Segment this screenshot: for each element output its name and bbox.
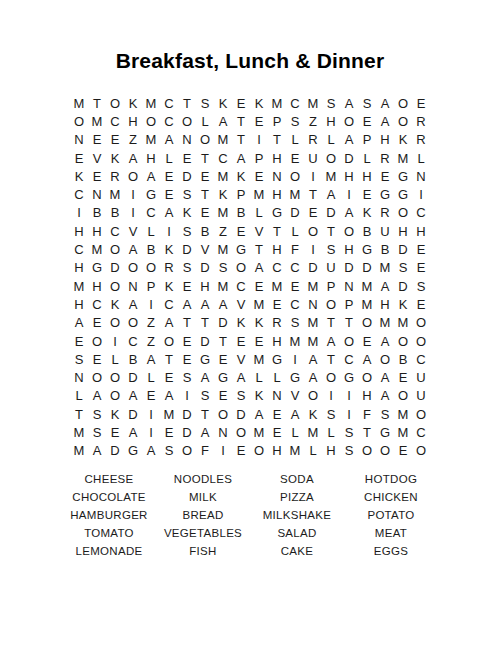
grid-cell[interactable]: D bbox=[340, 149, 358, 167]
grid-cell[interactable]: D bbox=[178, 167, 196, 185]
grid-cell[interactable]: G bbox=[268, 350, 286, 368]
grid-cell[interactable]: E bbox=[160, 185, 178, 203]
grid-cell[interactable]: V bbox=[232, 350, 250, 368]
grid-cell[interactable]: A bbox=[88, 442, 106, 460]
grid-cell[interactable]: C bbox=[268, 259, 286, 277]
grid-cell[interactable]: O bbox=[124, 314, 142, 332]
grid-cell[interactable]: A bbox=[376, 368, 394, 386]
grid-cell[interactable]: O bbox=[124, 167, 142, 185]
grid-cell[interactable]: O bbox=[322, 149, 340, 167]
grid-cell[interactable]: E bbox=[142, 387, 160, 405]
grid-cell[interactable]: E bbox=[232, 222, 250, 240]
grid-cell[interactable]: O bbox=[304, 222, 322, 240]
grid-cell[interactable]: O bbox=[214, 405, 232, 423]
grid-cell[interactable]: V bbox=[232, 295, 250, 313]
grid-cell[interactable]: K bbox=[250, 314, 268, 332]
grid-cell[interactable]: L bbox=[142, 368, 160, 386]
grid-cell[interactable]: A bbox=[142, 167, 160, 185]
grid-cell[interactable]: Z bbox=[124, 131, 142, 149]
grid-cell[interactable]: A bbox=[214, 112, 232, 130]
grid-cell[interactable]: A bbox=[124, 295, 142, 313]
grid-cell[interactable]: H bbox=[88, 222, 106, 240]
grid-cell[interactable]: G bbox=[376, 423, 394, 441]
grid-cell[interactable]: G bbox=[340, 368, 358, 386]
grid-cell[interactable]: I bbox=[142, 405, 160, 423]
grid-cell[interactable]: D bbox=[358, 259, 376, 277]
grid-cell[interactable]: A bbox=[124, 149, 142, 167]
grid-cell[interactable]: Z bbox=[142, 332, 160, 350]
grid-cell[interactable]: S bbox=[394, 259, 412, 277]
grid-cell[interactable]: S bbox=[358, 94, 376, 112]
grid-cell[interactable]: B bbox=[142, 240, 160, 258]
grid-cell[interactable]: B bbox=[358, 222, 376, 240]
grid-cell[interactable]: B bbox=[232, 204, 250, 222]
grid-cell[interactable]: I bbox=[412, 185, 430, 203]
grid-cell[interactable]: V bbox=[250, 222, 268, 240]
grid-cell[interactable]: S bbox=[412, 277, 430, 295]
grid-cell[interactable]: E bbox=[160, 368, 178, 386]
grid-cell[interactable]: C bbox=[106, 112, 124, 130]
grid-cell[interactable]: O bbox=[70, 112, 88, 130]
grid-cell[interactable]: O bbox=[106, 387, 124, 405]
grid-cell[interactable]: O bbox=[322, 295, 340, 313]
grid-cell[interactable]: E bbox=[304, 204, 322, 222]
grid-cell[interactable]: O bbox=[412, 332, 430, 350]
grid-cell[interactable]: A bbox=[142, 350, 160, 368]
grid-cell[interactable]: E bbox=[106, 131, 124, 149]
grid-cell[interactable]: L bbox=[286, 222, 304, 240]
grid-cell[interactable]: M bbox=[394, 314, 412, 332]
grid-cell[interactable]: D bbox=[232, 405, 250, 423]
grid-cell[interactable]: L bbox=[106, 350, 124, 368]
grid-cell[interactable]: N bbox=[268, 387, 286, 405]
grid-cell[interactable]: S bbox=[376, 405, 394, 423]
grid-cell[interactable]: M bbox=[322, 167, 340, 185]
grid-cell[interactable]: B bbox=[124, 350, 142, 368]
grid-cell[interactable]: I bbox=[70, 204, 88, 222]
grid-cell[interactable]: M bbox=[250, 350, 268, 368]
grid-cell[interactable]: F bbox=[196, 442, 214, 460]
grid-cell[interactable]: O bbox=[88, 332, 106, 350]
grid-cell[interactable]: N bbox=[304, 295, 322, 313]
grid-cell[interactable]: O bbox=[160, 332, 178, 350]
grid-cell[interactable]: D bbox=[304, 259, 322, 277]
grid-cell[interactable]: O bbox=[106, 240, 124, 258]
grid-cell[interactable]: M bbox=[214, 277, 232, 295]
grid-cell[interactable]: U bbox=[322, 259, 340, 277]
grid-cell[interactable]: O bbox=[358, 314, 376, 332]
grid-cell[interactable]: O bbox=[412, 442, 430, 460]
grid-cell[interactable]: L bbox=[196, 112, 214, 130]
grid-cell[interactable]: H bbox=[394, 222, 412, 240]
grid-cell[interactable]: O bbox=[340, 222, 358, 240]
grid-cell[interactable]: M bbox=[250, 295, 268, 313]
grid-cell[interactable]: T bbox=[250, 240, 268, 258]
grid-cell[interactable]: S bbox=[322, 94, 340, 112]
grid-cell[interactable]: E bbox=[358, 185, 376, 203]
grid-cell[interactable]: L bbox=[142, 222, 160, 240]
grid-cell[interactable]: E bbox=[412, 259, 430, 277]
grid-cell[interactable]: I bbox=[340, 387, 358, 405]
grid-cell[interactable]: D bbox=[394, 240, 412, 258]
grid-cell[interactable]: P bbox=[268, 112, 286, 130]
grid-cell[interactable]: G bbox=[268, 204, 286, 222]
grid-cell[interactable]: O bbox=[106, 277, 124, 295]
grid-cell[interactable]: M bbox=[304, 314, 322, 332]
grid-cell[interactable]: I bbox=[124, 204, 142, 222]
grid-cell[interactable]: G bbox=[358, 240, 376, 258]
grid-cell[interactable]: E bbox=[196, 204, 214, 222]
grid-cell[interactable]: R bbox=[412, 112, 430, 130]
grid-cell[interactable]: N bbox=[124, 277, 142, 295]
grid-cell[interactable]: K bbox=[394, 131, 412, 149]
grid-cell[interactable]: N bbox=[214, 423, 232, 441]
grid-cell[interactable]: M bbox=[358, 295, 376, 313]
grid-cell[interactable]: M bbox=[70, 442, 88, 460]
grid-cell[interactable]: M bbox=[304, 423, 322, 441]
grid-cell[interactable]: C bbox=[124, 332, 142, 350]
grid-cell[interactable]: H bbox=[70, 295, 88, 313]
grid-cell[interactable]: M bbox=[268, 94, 286, 112]
grid-cell[interactable]: C bbox=[286, 94, 304, 112]
grid-cell[interactable]: M bbox=[88, 240, 106, 258]
grid-cell[interactable]: R bbox=[376, 204, 394, 222]
grid-cell[interactable]: S bbox=[340, 442, 358, 460]
grid-cell[interactable]: M bbox=[394, 405, 412, 423]
grid-cell[interactable]: A bbox=[322, 332, 340, 350]
grid-cell[interactable]: E bbox=[250, 112, 268, 130]
grid-cell[interactable]: O bbox=[106, 94, 124, 112]
grid-cell[interactable]: L bbox=[250, 204, 268, 222]
grid-cell[interactable]: I bbox=[142, 295, 160, 313]
grid-cell[interactable]: T bbox=[322, 222, 340, 240]
grid-cell[interactable]: B bbox=[196, 222, 214, 240]
grid-cell[interactable]: D bbox=[124, 405, 142, 423]
grid-cell[interactable]: G bbox=[286, 368, 304, 386]
grid-cell[interactable]: A bbox=[178, 295, 196, 313]
grid-cell[interactable]: T bbox=[322, 314, 340, 332]
grid-cell[interactable]: I bbox=[178, 387, 196, 405]
grid-cell[interactable]: A bbox=[340, 204, 358, 222]
grid-cell[interactable]: M bbox=[160, 405, 178, 423]
grid-cell[interactable]: G bbox=[196, 350, 214, 368]
grid-cell[interactable]: O bbox=[376, 350, 394, 368]
grid-cell[interactable]: O bbox=[394, 112, 412, 130]
grid-cell[interactable]: B bbox=[88, 204, 106, 222]
grid-cell[interactable]: T bbox=[232, 112, 250, 130]
grid-cell[interactable]: E bbox=[196, 167, 214, 185]
grid-cell[interactable]: H bbox=[70, 259, 88, 277]
grid-cell[interactable]: B bbox=[394, 350, 412, 368]
grid-cell[interactable]: D bbox=[394, 277, 412, 295]
grid-cell[interactable]: K bbox=[250, 387, 268, 405]
grid-cell[interactable]: E bbox=[70, 149, 88, 167]
grid-cell[interactable]: E bbox=[178, 350, 196, 368]
grid-cell[interactable]: A bbox=[196, 423, 214, 441]
grid-cell[interactable]: E bbox=[250, 277, 268, 295]
grid-cell[interactable]: A bbox=[160, 204, 178, 222]
grid-cell[interactable]: B bbox=[376, 240, 394, 258]
grid-cell[interactable]: M bbox=[358, 277, 376, 295]
grid-cell[interactable]: T bbox=[88, 94, 106, 112]
grid-cell[interactable]: E bbox=[106, 423, 124, 441]
grid-cell[interactable]: S bbox=[178, 222, 196, 240]
grid-cell[interactable]: T bbox=[340, 314, 358, 332]
grid-cell[interactable]: M bbox=[70, 94, 88, 112]
grid-cell[interactable]: O bbox=[358, 368, 376, 386]
grid-cell[interactable]: S bbox=[178, 259, 196, 277]
grid-cell[interactable]: A bbox=[376, 94, 394, 112]
grid-cell[interactable]: V bbox=[286, 387, 304, 405]
grid-cell[interactable]: Z bbox=[304, 112, 322, 130]
grid-cell[interactable]: S bbox=[196, 387, 214, 405]
grid-cell[interactable]: I bbox=[340, 405, 358, 423]
grid-cell[interactable]: D bbox=[196, 332, 214, 350]
grid-cell[interactable]: K bbox=[232, 167, 250, 185]
grid-cell[interactable]: P bbox=[358, 131, 376, 149]
grid-cell[interactable]: U bbox=[304, 149, 322, 167]
grid-cell[interactable]: M bbox=[214, 131, 232, 149]
grid-cell[interactable]: O bbox=[394, 387, 412, 405]
grid-cell[interactable]: H bbox=[412, 222, 430, 240]
grid-cell[interactable]: S bbox=[178, 368, 196, 386]
grid-cell[interactable]: R bbox=[160, 259, 178, 277]
grid-cell[interactable]: T bbox=[196, 314, 214, 332]
grid-cell[interactable]: M bbox=[394, 149, 412, 167]
grid-cell[interactable]: G bbox=[394, 185, 412, 203]
grid-cell[interactable]: I bbox=[340, 185, 358, 203]
grid-cell[interactable]: M bbox=[304, 277, 322, 295]
grid-cell[interactable]: E bbox=[358, 332, 376, 350]
grid-cell[interactable]: H bbox=[88, 277, 106, 295]
grid-cell[interactable]: K bbox=[394, 295, 412, 313]
grid-cell[interactable]: A bbox=[124, 423, 142, 441]
grid-cell[interactable]: H bbox=[322, 442, 340, 460]
grid-cell[interactable]: K bbox=[214, 94, 232, 112]
grid-cell[interactable]: D bbox=[286, 204, 304, 222]
grid-cell[interactable]: O bbox=[196, 131, 214, 149]
grid-cell[interactable]: S bbox=[232, 387, 250, 405]
grid-cell[interactable]: L bbox=[70, 387, 88, 405]
grid-cell[interactable]: H bbox=[124, 112, 142, 130]
grid-cell[interactable]: O bbox=[376, 442, 394, 460]
grid-cell[interactable]: O bbox=[142, 112, 160, 130]
grid-cell[interactable]: K bbox=[250, 94, 268, 112]
grid-cell[interactable]: A bbox=[160, 387, 178, 405]
grid-cell[interactable]: S bbox=[322, 240, 340, 258]
grid-cell[interactable]: K bbox=[232, 314, 250, 332]
grid-cell[interactable]: S bbox=[286, 314, 304, 332]
grid-cell[interactable]: L bbox=[286, 423, 304, 441]
grid-cell[interactable]: M bbox=[70, 277, 88, 295]
grid-cell[interactable]: A bbox=[376, 332, 394, 350]
grid-cell[interactable]: H bbox=[340, 167, 358, 185]
grid-cell[interactable]: G bbox=[232, 240, 250, 258]
grid-cell[interactable]: O bbox=[322, 368, 340, 386]
grid-cell[interactable]: K bbox=[106, 405, 124, 423]
grid-cell[interactable]: T bbox=[358, 423, 376, 441]
grid-cell[interactable]: O bbox=[88, 368, 106, 386]
grid-cell[interactable]: E bbox=[376, 167, 394, 185]
grid-cell[interactable]: V bbox=[88, 149, 106, 167]
grid-cell[interactable]: E bbox=[358, 112, 376, 130]
grid-cell[interactable]: C bbox=[106, 222, 124, 240]
grid-cell[interactable]: M bbox=[88, 112, 106, 130]
grid-cell[interactable]: L bbox=[286, 131, 304, 149]
grid-cell[interactable]: A bbox=[250, 405, 268, 423]
grid-cell[interactable]: S bbox=[88, 405, 106, 423]
grid-cell[interactable]: S bbox=[178, 185, 196, 203]
grid-cell[interactable]: P bbox=[250, 149, 268, 167]
grid-cell[interactable]: H bbox=[268, 185, 286, 203]
grid-cell[interactable]: N bbox=[412, 167, 430, 185]
grid-cell[interactable]: A bbox=[232, 149, 250, 167]
grid-cell[interactable]: M bbox=[304, 94, 322, 112]
grid-cell[interactable]: A bbox=[124, 240, 142, 258]
grid-cell[interactable]: P bbox=[322, 277, 340, 295]
grid-cell[interactable]: O bbox=[412, 405, 430, 423]
grid-cell[interactable]: T bbox=[70, 405, 88, 423]
grid-cell[interactable]: L bbox=[322, 423, 340, 441]
grid-cell[interactable]: L bbox=[304, 442, 322, 460]
grid-cell[interactable]: C bbox=[160, 295, 178, 313]
grid-cell[interactable]: C bbox=[142, 204, 160, 222]
grid-cell[interactable]: I bbox=[214, 442, 232, 460]
grid-cell[interactable]: E bbox=[394, 442, 412, 460]
grid-cell[interactable]: M bbox=[394, 423, 412, 441]
grid-cell[interactable]: D bbox=[322, 204, 340, 222]
grid-cell[interactable]: O bbox=[142, 259, 160, 277]
grid-cell[interactable]: E bbox=[250, 332, 268, 350]
grid-cell[interactable]: G bbox=[376, 185, 394, 203]
grid-cell[interactable]: G bbox=[88, 259, 106, 277]
grid-cell[interactable]: A bbox=[196, 368, 214, 386]
grid-cell[interactable]: D bbox=[178, 240, 196, 258]
grid-cell[interactable]: H bbox=[268, 240, 286, 258]
grid-cell[interactable]: H bbox=[376, 295, 394, 313]
grid-cell[interactable]: C bbox=[160, 112, 178, 130]
grid-cell[interactable]: C bbox=[412, 423, 430, 441]
grid-cell[interactable]: S bbox=[196, 94, 214, 112]
grid-cell[interactable]: N bbox=[178, 131, 196, 149]
grid-cell[interactable]: C bbox=[232, 277, 250, 295]
grid-cell[interactable]: M bbox=[70, 423, 88, 441]
grid-cell[interactable]: S bbox=[160, 442, 178, 460]
grid-cell[interactable]: I bbox=[322, 387, 340, 405]
grid-cell[interactable]: E bbox=[268, 423, 286, 441]
grid-cell[interactable]: L bbox=[250, 368, 268, 386]
grid-cell[interactable]: R bbox=[106, 167, 124, 185]
grid-cell[interactable]: A bbox=[160, 314, 178, 332]
grid-cell[interactable]: C bbox=[160, 94, 178, 112]
grid-cell[interactable]: C bbox=[70, 185, 88, 203]
grid-cell[interactable]: A bbox=[196, 295, 214, 313]
grid-cell[interactable]: K bbox=[70, 167, 88, 185]
grid-cell[interactable]: A bbox=[286, 405, 304, 423]
grid-cell[interactable]: A bbox=[232, 368, 250, 386]
grid-cell[interactable]: O bbox=[358, 442, 376, 460]
grid-cell[interactable]: G bbox=[214, 368, 232, 386]
grid-cell[interactable]: E bbox=[268, 295, 286, 313]
grid-cell[interactable]: O bbox=[106, 314, 124, 332]
grid-cell[interactable]: M bbox=[286, 185, 304, 203]
grid-cell[interactable]: S bbox=[286, 112, 304, 130]
grid-cell[interactable]: P bbox=[142, 277, 160, 295]
grid-cell[interactable]: T bbox=[268, 131, 286, 149]
grid-cell[interactable]: C bbox=[412, 204, 430, 222]
grid-cell[interactable]: H bbox=[70, 222, 88, 240]
grid-cell[interactable]: E bbox=[286, 277, 304, 295]
grid-cell[interactable]: M bbox=[250, 423, 268, 441]
grid-cell[interactable]: R bbox=[412, 131, 430, 149]
grid-cell[interactable]: A bbox=[214, 295, 232, 313]
grid-cell[interactable]: K bbox=[160, 277, 178, 295]
grid-cell[interactable]: M bbox=[142, 94, 160, 112]
grid-cell[interactable]: O bbox=[178, 442, 196, 460]
grid-cell[interactable]: M bbox=[376, 259, 394, 277]
grid-cell[interactable]: E bbox=[160, 167, 178, 185]
grid-cell[interactable]: E bbox=[88, 350, 106, 368]
grid-cell[interactable]: L bbox=[268, 368, 286, 386]
grid-cell[interactable]: E bbox=[268, 405, 286, 423]
grid-cell[interactable]: R bbox=[376, 149, 394, 167]
grid-cell[interactable]: M bbox=[142, 131, 160, 149]
grid-cell[interactable]: O bbox=[232, 423, 250, 441]
grid-cell[interactable]: H bbox=[268, 149, 286, 167]
grid-cell[interactable]: T bbox=[196, 149, 214, 167]
grid-cell[interactable]: O bbox=[250, 442, 268, 460]
grid-cell[interactable]: O bbox=[412, 314, 430, 332]
grid-cell[interactable]: T bbox=[268, 222, 286, 240]
grid-cell[interactable]: A bbox=[376, 112, 394, 130]
grid-cell[interactable]: E bbox=[88, 314, 106, 332]
grid-cell[interactable]: O bbox=[232, 259, 250, 277]
grid-cell[interactable]: F bbox=[286, 240, 304, 258]
grid-cell[interactable]: S bbox=[70, 350, 88, 368]
grid-cell[interactable]: B bbox=[106, 204, 124, 222]
grid-cell[interactable]: N bbox=[268, 167, 286, 185]
grid-cell[interactable]: T bbox=[178, 314, 196, 332]
grid-cell[interactable]: H bbox=[196, 277, 214, 295]
grid-cell[interactable]: I bbox=[160, 222, 178, 240]
grid-cell[interactable]: I bbox=[142, 423, 160, 441]
grid-cell[interactable]: A bbox=[304, 368, 322, 386]
grid-cell[interactable]: O bbox=[304, 387, 322, 405]
grid-cell[interactable]: U bbox=[412, 368, 430, 386]
grid-cell[interactable]: U bbox=[376, 222, 394, 240]
grid-cell[interactable]: A bbox=[340, 131, 358, 149]
grid-cell[interactable]: P bbox=[340, 295, 358, 313]
grid-cell[interactable]: N bbox=[70, 368, 88, 386]
grid-cell[interactable]: M bbox=[106, 185, 124, 203]
grid-cell[interactable]: K bbox=[106, 149, 124, 167]
grid-cell[interactable]: I bbox=[250, 131, 268, 149]
grid-cell[interactable]: H bbox=[268, 442, 286, 460]
grid-cell[interactable]: A bbox=[340, 94, 358, 112]
grid-cell[interactable]: M bbox=[304, 332, 322, 350]
grid-cell[interactable]: D bbox=[340, 259, 358, 277]
grid-cell[interactable]: K bbox=[358, 204, 376, 222]
grid-cell[interactable]: O bbox=[340, 332, 358, 350]
grid-cell[interactable]: A bbox=[70, 314, 88, 332]
grid-cell[interactable]: H bbox=[142, 149, 160, 167]
grid-cell[interactable]: T bbox=[160, 350, 178, 368]
grid-cell[interactable]: S bbox=[322, 405, 340, 423]
grid-cell[interactable]: K bbox=[160, 240, 178, 258]
grid-cell[interactable]: H bbox=[322, 112, 340, 130]
grid-cell[interactable]: E bbox=[178, 277, 196, 295]
grid-cell[interactable]: A bbox=[376, 387, 394, 405]
